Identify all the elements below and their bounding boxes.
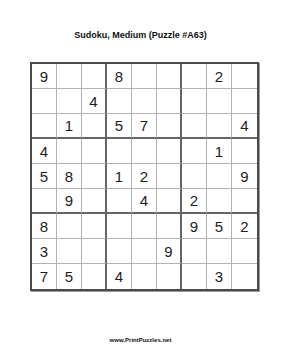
sudoku-cell-r6c6-empty xyxy=(157,189,182,214)
sudoku-cell-r1c6-empty xyxy=(157,64,182,89)
sudoku-cell-r8c2-empty xyxy=(57,239,82,264)
sudoku-cell-r2c8-empty xyxy=(207,89,232,114)
sudoku-cell-r8c7-empty xyxy=(182,239,207,264)
sudoku-cell-r7c6-empty xyxy=(157,214,182,239)
sudoku-cell-r4c3-empty xyxy=(82,139,107,164)
sudoku-cell-r3c7-empty xyxy=(182,114,207,139)
sudoku-cell-r8c9-empty xyxy=(232,239,257,264)
sudoku-cell-r3c5-given: 7 xyxy=(132,114,157,139)
sudoku-cell-r5c9-given: 9 xyxy=(232,164,257,189)
footer-url: www.PrintPuzzles.net xyxy=(0,337,281,343)
sudoku-cell-r2c5-empty xyxy=(132,89,157,114)
sudoku-cell-r6c5-given: 4 xyxy=(132,189,157,214)
sudoku-cell-r5c8-empty xyxy=(207,164,232,189)
printable-sudoku-page: Sudoku, Medium (Puzzle #A63) 98241574415… xyxy=(0,0,281,363)
sudoku-cell-r2c6-empty xyxy=(157,89,182,114)
sudoku-cell-r5c1-given: 5 xyxy=(32,164,57,189)
sudoku-cell-r7c8-given: 5 xyxy=(207,214,232,239)
sudoku-cell-r1c4-given: 8 xyxy=(107,64,132,89)
sudoku-cell-r4c6-empty xyxy=(157,139,182,164)
sudoku-cell-r3c8-empty xyxy=(207,114,232,139)
sudoku-cell-r5c7-empty xyxy=(182,164,207,189)
sudoku-cell-r2c4-empty xyxy=(107,89,132,114)
sudoku-cell-r8c8-empty xyxy=(207,239,232,264)
sudoku-cell-r1c7-empty xyxy=(182,64,207,89)
sudoku-cell-r5c5-given: 2 xyxy=(132,164,157,189)
sudoku-cell-r4c1-given: 4 xyxy=(32,139,57,164)
sudoku-cell-r4c4-empty xyxy=(107,139,132,164)
sudoku-cell-r6c8-empty xyxy=(207,189,232,214)
sudoku-cell-r4c7-empty xyxy=(182,139,207,164)
sudoku-cell-r8c1-given: 3 xyxy=(32,239,57,264)
sudoku-cell-r7c3-empty xyxy=(82,214,107,239)
sudoku-cell-r1c3-empty xyxy=(82,64,107,89)
sudoku-cell-r9c9-empty xyxy=(232,264,257,289)
sudoku-cell-r3c1-empty xyxy=(32,114,57,139)
sudoku-cell-r2c3-given: 4 xyxy=(82,89,107,114)
sudoku-cell-r4c8-given: 1 xyxy=(207,139,232,164)
sudoku-cell-r9c6-empty xyxy=(157,264,182,289)
sudoku-cell-r3c4-given: 5 xyxy=(107,114,132,139)
sudoku-cell-r9c3-empty xyxy=(82,264,107,289)
sudoku-cell-r5c6-empty xyxy=(157,164,182,189)
sudoku-cell-r6c4-empty xyxy=(107,189,132,214)
sudoku-cell-r9c2-given: 5 xyxy=(57,264,82,289)
sudoku-cell-r7c4-empty xyxy=(107,214,132,239)
sudoku-cell-r9c7-empty xyxy=(182,264,207,289)
sudoku-cell-r2c7-empty xyxy=(182,89,207,114)
sudoku-cell-r4c2-empty xyxy=(57,139,82,164)
sudoku-cell-r8c5-empty xyxy=(132,239,157,264)
sudoku-cell-r6c9-empty xyxy=(232,189,257,214)
sudoku-cell-r1c9-empty xyxy=(232,64,257,89)
sudoku-cell-r1c8-given: 2 xyxy=(207,64,232,89)
sudoku-cell-r6c1-empty xyxy=(32,189,57,214)
sudoku-cell-r4c9-empty xyxy=(232,139,257,164)
sudoku-cell-r2c1-empty xyxy=(32,89,57,114)
sudoku-cell-r9c4-given: 4 xyxy=(107,264,132,289)
sudoku-cell-r9c8-given: 3 xyxy=(207,264,232,289)
sudoku-cell-r6c3-empty xyxy=(82,189,107,214)
sudoku-cell-r5c2-given: 8 xyxy=(57,164,82,189)
sudoku-cell-r6c2-given: 9 xyxy=(57,189,82,214)
sudoku-cell-r5c4-given: 1 xyxy=(107,164,132,189)
sudoku-cell-r1c1-given: 9 xyxy=(32,64,57,89)
sudoku-cell-r2c2-empty xyxy=(57,89,82,114)
sudoku-cell-r7c2-empty xyxy=(57,214,82,239)
sudoku-cell-r7c7-given: 9 xyxy=(182,214,207,239)
puzzle-title: Sudoku, Medium (Puzzle #A63) xyxy=(0,30,281,40)
sudoku-cell-r8c4-empty xyxy=(107,239,132,264)
sudoku-cell-r1c5-empty xyxy=(132,64,157,89)
sudoku-cell-r7c9-given: 2 xyxy=(232,214,257,239)
sudoku-cell-r3c6-empty xyxy=(157,114,182,139)
sudoku-cell-r2c9-empty xyxy=(232,89,257,114)
sudoku-board: 9824157441581299428952397543 xyxy=(30,62,259,291)
sudoku-cell-r5c3-empty xyxy=(82,164,107,189)
sudoku-cell-r7c5-empty xyxy=(132,214,157,239)
sudoku-cell-r4c5-empty xyxy=(132,139,157,164)
sudoku-cell-r7c1-given: 8 xyxy=(32,214,57,239)
sudoku-cell-r9c1-given: 7 xyxy=(32,264,57,289)
sudoku-cell-r9c5-empty xyxy=(132,264,157,289)
sudoku-cell-r6c7-given: 2 xyxy=(182,189,207,214)
sudoku-cell-r3c2-given: 1 xyxy=(57,114,82,139)
sudoku-cell-r1c2-empty xyxy=(57,64,82,89)
sudoku-cell-r3c3-empty xyxy=(82,114,107,139)
sudoku-cell-r3c9-given: 4 xyxy=(232,114,257,139)
sudoku-cell-r8c6-given: 9 xyxy=(157,239,182,264)
sudoku-cell-r8c3-empty xyxy=(82,239,107,264)
